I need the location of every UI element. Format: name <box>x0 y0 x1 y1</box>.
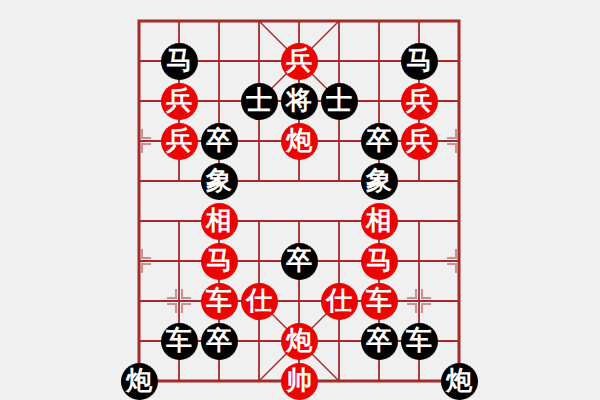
piece-black-advisor[interactable]: 士 <box>241 83 278 120</box>
piece-glyph: 兵 <box>406 88 432 114</box>
piece-glyph: 将 <box>286 88 312 114</box>
piece-glyph: 象 <box>206 168 232 194</box>
piece-red-cannon[interactable]: 炮 <box>281 123 318 160</box>
piece-red-soldier[interactable]: 兵 <box>161 83 198 120</box>
piece-black-horse[interactable]: 马 <box>401 43 438 80</box>
piece-glyph: 卒 <box>286 248 312 274</box>
piece-black-elephant[interactable]: 象 <box>201 163 238 200</box>
piece-black-horse[interactable]: 马 <box>161 43 198 80</box>
piece-red-elephant[interactable]: 相 <box>361 203 398 240</box>
piece-red-chariot[interactable]: 车 <box>201 283 238 320</box>
piece-red-general[interactable]: 帅 <box>281 363 318 400</box>
piece-black-cannon[interactable]: 炮 <box>441 363 478 400</box>
piece-red-soldier[interactable]: 兵 <box>281 43 318 80</box>
piece-red-advisor[interactable]: 仕 <box>321 283 358 320</box>
piece-red-horse[interactable]: 马 <box>361 243 398 280</box>
piece-black-elephant[interactable]: 象 <box>361 163 398 200</box>
piece-glyph: 卒 <box>206 128 232 154</box>
piece-glyph: 车 <box>206 288 232 314</box>
piece-red-elephant[interactable]: 相 <box>201 203 238 240</box>
piece-red-chariot[interactable]: 车 <box>361 283 398 320</box>
piece-black-soldier[interactable]: 卒 <box>361 123 398 160</box>
piece-black-soldier[interactable]: 卒 <box>361 323 398 360</box>
piece-glyph: 马 <box>406 48 432 74</box>
piece-glyph: 车 <box>406 328 432 354</box>
piece-black-soldier[interactable]: 卒 <box>201 123 238 160</box>
piece-glyph: 帅 <box>286 368 312 394</box>
piece-glyph: 士 <box>326 88 352 114</box>
piece-glyph: 仕 <box>246 288 272 314</box>
piece-glyph: 仕 <box>326 288 352 314</box>
piece-black-cannon[interactable]: 炮 <box>121 363 158 400</box>
piece-glyph: 卒 <box>206 328 232 354</box>
piece-red-cannon[interactable]: 炮 <box>281 323 318 360</box>
piece-black-general[interactable]: 将 <box>281 83 318 120</box>
piece-glyph: 炮 <box>286 328 312 354</box>
piece-black-chariot[interactable]: 车 <box>161 323 198 360</box>
piece-glyph: 卒 <box>366 128 392 154</box>
piece-glyph: 象 <box>366 168 392 194</box>
piece-red-horse[interactable]: 马 <box>201 243 238 280</box>
piece-glyph: 炮 <box>286 128 312 154</box>
piece-black-soldier[interactable]: 卒 <box>281 243 318 280</box>
piece-glyph: 士 <box>246 88 272 114</box>
piece-black-chariot[interactable]: 车 <box>401 323 438 360</box>
piece-red-soldier[interactable]: 兵 <box>401 83 438 120</box>
piece-glyph: 相 <box>206 208 232 234</box>
piece-glyph: 卒 <box>366 328 392 354</box>
piece-glyph: 马 <box>366 248 392 274</box>
piece-glyph: 炮 <box>126 368 152 394</box>
piece-red-advisor[interactable]: 仕 <box>241 283 278 320</box>
piece-glyph: 马 <box>206 248 232 274</box>
pieces-layer: 马兵马兵士将士兵兵卒炮卒兵象象相相马卒马车仕仕车车卒炮卒车炮帅炮 <box>119 1 479 400</box>
piece-glyph: 马 <box>166 48 192 74</box>
piece-red-soldier[interactable]: 兵 <box>161 123 198 160</box>
piece-glyph: 车 <box>166 328 192 354</box>
piece-glyph: 车 <box>366 288 392 314</box>
piece-glyph: 兵 <box>166 88 192 114</box>
piece-black-advisor[interactable]: 士 <box>321 83 358 120</box>
board-stage: 马兵马兵士将士兵兵卒炮卒兵象象相相马卒马车仕仕车车卒炮卒车炮帅炮 <box>0 0 600 400</box>
piece-red-soldier[interactable]: 兵 <box>401 123 438 160</box>
piece-black-soldier[interactable]: 卒 <box>201 323 238 360</box>
piece-glyph: 兵 <box>286 48 312 74</box>
piece-glyph: 兵 <box>406 128 432 154</box>
piece-glyph: 相 <box>366 208 392 234</box>
piece-glyph: 兵 <box>166 128 192 154</box>
piece-glyph: 炮 <box>446 368 472 394</box>
